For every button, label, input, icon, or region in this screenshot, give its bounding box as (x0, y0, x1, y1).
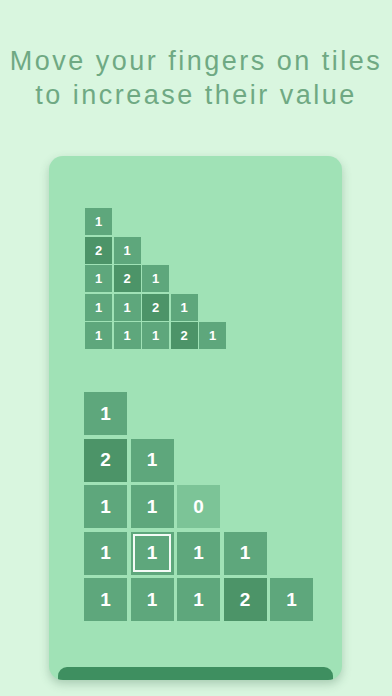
board-tile[interactable]: 2 (84, 439, 127, 482)
board-tile[interactable]: 1 (84, 532, 127, 575)
board-tile[interactable]: 1 (131, 485, 174, 528)
goal-tile: 1 (85, 265, 112, 292)
goal-tile: 1 (142, 265, 169, 292)
goal-tile: 2 (142, 294, 169, 321)
board-tile[interactable]: 1 (84, 485, 127, 528)
goal-tile: 1 (114, 322, 141, 349)
goal-tile: 1 (85, 322, 112, 349)
board-tile[interactable]: 1 (131, 578, 174, 621)
puzzle-card: 121121112111121 121110111111121 (49, 156, 342, 680)
goal-tile: 2 (114, 265, 141, 292)
instruction-title: Move your fingers on tiles to increase t… (0, 44, 392, 112)
board-tile[interactable]: 1 (84, 392, 127, 435)
goal-tile: 1 (85, 294, 112, 321)
board-tile[interactable]: 2 (224, 578, 267, 621)
goal-tile: 1 (114, 237, 141, 264)
board-tile[interactable]: 1 (270, 578, 313, 621)
bottom-drawer-handle[interactable] (58, 667, 333, 680)
board-tile[interactable]: 1 (131, 439, 174, 482)
goal-tile: 2 (171, 322, 198, 349)
board-tile[interactable]: 1 (224, 532, 267, 575)
goal-tile: 1 (171, 294, 198, 321)
board-tile[interactable]: 1 (177, 578, 220, 621)
goal-tile: 1 (199, 322, 226, 349)
goal-tile: 1 (142, 322, 169, 349)
board-tile[interactable]: 1 (177, 532, 220, 575)
goal-pattern-grid: 121121112111121 (85, 208, 226, 349)
board-tile[interactable]: 1 (131, 532, 174, 575)
goal-tile: 1 (85, 208, 112, 235)
goal-tile: 2 (85, 237, 112, 264)
board-tile[interactable]: 0 (177, 485, 220, 528)
board-tile[interactable]: 1 (84, 578, 127, 621)
goal-tile: 1 (114, 294, 141, 321)
playable-board-grid[interactable]: 121110111111121 (84, 392, 313, 621)
